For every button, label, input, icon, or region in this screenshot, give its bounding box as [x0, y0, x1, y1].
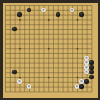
goban-grid[interactable] — [3, 3, 94, 94]
go-board — [3, 3, 98, 98]
intersection[interactable] — [89, 89, 94, 94]
go-board-frame — [0, 0, 100, 100]
